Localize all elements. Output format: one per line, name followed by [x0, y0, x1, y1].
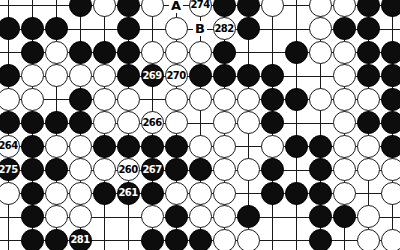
- stone-white[interactable]: [93, 88, 116, 111]
- stone-white[interactable]: [333, 64, 356, 87]
- stone-black[interactable]: [357, 64, 380, 87]
- stone-black[interactable]: [69, 88, 92, 111]
- stone-white[interactable]: [333, 111, 356, 134]
- stone-white[interactable]: [213, 182, 236, 205]
- stone-black[interactable]: [21, 111, 44, 134]
- stone-white[interactable]: [141, 41, 164, 64]
- stone-white[interactable]: [93, 111, 116, 134]
- stone-white[interactable]: [309, 88, 332, 111]
- stone-black[interactable]: [381, 88, 400, 111]
- stone-black[interactable]: [381, 41, 400, 64]
- stone-black[interactable]: [261, 111, 284, 134]
- grid-vertical-line: [296, 0, 297, 250]
- stone-white[interactable]: [237, 111, 260, 134]
- stone-black[interactable]: [117, 135, 140, 158]
- point-label-b[interactable]: B: [193, 21, 207, 36]
- stone-white[interactable]: [357, 158, 380, 181]
- stone-black[interactable]: [309, 229, 332, 250]
- stone-black[interactable]: [165, 135, 188, 158]
- stone-white[interactable]: [45, 182, 68, 205]
- stone-white[interactable]: [69, 158, 92, 181]
- stone-black[interactable]: [45, 229, 68, 250]
- stone-black[interactable]: [117, 0, 140, 17]
- stone-white[interactable]: [45, 135, 68, 158]
- stone-white[interactable]: [261, 135, 284, 158]
- stone-white[interactable]: [333, 158, 356, 181]
- stone-black[interactable]: [285, 41, 308, 64]
- stone-black[interactable]: [213, 41, 236, 64]
- stone-white-260[interactable]: 260: [117, 158, 140, 181]
- stone-white-270[interactable]: 270: [165, 64, 188, 87]
- stone-black[interactable]: [285, 182, 308, 205]
- stone-white[interactable]: [69, 135, 92, 158]
- stone-white[interactable]: [189, 135, 212, 158]
- stone-white[interactable]: [381, 158, 400, 181]
- stone-black[interactable]: [45, 158, 68, 181]
- stone-black-281[interactable]: 281: [69, 229, 92, 250]
- stone-white[interactable]: [93, 0, 116, 17]
- stone-white[interactable]: [357, 205, 380, 228]
- stone-white[interactable]: [0, 182, 20, 205]
- stone-white[interactable]: [333, 182, 356, 205]
- stone-black[interactable]: [165, 229, 188, 250]
- stone-black[interactable]: [69, 0, 92, 17]
- stone-black[interactable]: [93, 135, 116, 158]
- stone-black[interactable]: [333, 205, 356, 228]
- stone-black[interactable]: [21, 135, 44, 158]
- stone-white[interactable]: [261, 0, 284, 17]
- stone-white[interactable]: [45, 64, 68, 87]
- stone-black[interactable]: [141, 229, 164, 250]
- stone-black[interactable]: [45, 111, 68, 134]
- stone-black-269[interactable]: 269: [141, 64, 164, 87]
- stone-white[interactable]: [237, 158, 260, 181]
- stone-white[interactable]: [237, 229, 260, 250]
- stone-white[interactable]: [333, 0, 356, 17]
- stone-white[interactable]: [333, 135, 356, 158]
- stone-white[interactable]: [309, 17, 332, 40]
- stone-white[interactable]: [381, 182, 400, 205]
- stone-white-274[interactable]: 274: [189, 0, 212, 17]
- go-board[interactable]: A274B282269270266264275260267261281: [0, 0, 400, 250]
- stone-black[interactable]: [93, 182, 116, 205]
- stone-white[interactable]: [189, 182, 212, 205]
- stone-black[interactable]: [261, 64, 284, 87]
- stone-white[interactable]: [189, 41, 212, 64]
- stone-black[interactable]: [309, 135, 332, 158]
- stone-black[interactable]: [237, 17, 260, 40]
- stone-white[interactable]: [309, 41, 332, 64]
- stone-white[interactable]: [237, 88, 260, 111]
- stone-white[interactable]: [381, 229, 400, 250]
- stone-white[interactable]: [333, 41, 356, 64]
- stone-white[interactable]: [165, 88, 188, 111]
- stone-black[interactable]: [213, 64, 236, 87]
- stone-black[interactable]: [309, 158, 332, 181]
- stone-black[interactable]: [21, 158, 44, 181]
- stone-white[interactable]: [141, 0, 164, 17]
- stone-black[interactable]: [21, 205, 44, 228]
- stone-black[interactable]: [237, 205, 260, 228]
- stone-black[interactable]: [381, 64, 400, 87]
- stone-white[interactable]: [213, 229, 236, 250]
- stone-white[interactable]: [165, 111, 188, 134]
- stone-black[interactable]: [0, 64, 20, 87]
- stone-black[interactable]: [117, 41, 140, 64]
- stone-white[interactable]: [21, 88, 44, 111]
- stone-white[interactable]: [69, 205, 92, 228]
- stone-white[interactable]: [213, 88, 236, 111]
- stone-black[interactable]: [45, 17, 68, 40]
- stone-black[interactable]: [237, 64, 260, 87]
- stone-black[interactable]: [381, 135, 400, 158]
- stone-black[interactable]: [141, 135, 164, 158]
- stone-white[interactable]: [45, 41, 68, 64]
- stone-black[interactable]: [357, 0, 380, 17]
- stone-black[interactable]: [165, 205, 188, 228]
- stone-white-266[interactable]: 266: [141, 111, 164, 134]
- stone-white[interactable]: [165, 17, 188, 40]
- stone-white[interactable]: [165, 182, 188, 205]
- stone-black[interactable]: [21, 41, 44, 64]
- stone-white[interactable]: [213, 111, 236, 134]
- stone-white-264[interactable]: 264: [0, 135, 20, 158]
- stone-white[interactable]: [213, 158, 236, 181]
- stone-white[interactable]: [165, 41, 188, 64]
- stone-black[interactable]: [117, 64, 140, 87]
- stone-white[interactable]: [189, 88, 212, 111]
- stone-black-261[interactable]: 261: [117, 182, 140, 205]
- stone-black[interactable]: [261, 158, 284, 181]
- stone-black[interactable]: [357, 111, 380, 134]
- stone-white[interactable]: [213, 205, 236, 228]
- point-label-a[interactable]: A: [169, 0, 183, 13]
- stone-black[interactable]: [261, 88, 284, 111]
- stone-black[interactable]: [357, 17, 380, 40]
- stone-black[interactable]: [21, 229, 44, 250]
- stone-black[interactable]: [69, 41, 92, 64]
- stone-black[interactable]: [213, 0, 236, 17]
- stone-white[interactable]: [45, 205, 68, 228]
- stone-white[interactable]: [189, 205, 212, 228]
- stone-black[interactable]: [21, 17, 44, 40]
- stone-white[interactable]: [333, 88, 356, 111]
- stone-black[interactable]: [189, 158, 212, 181]
- stone-white[interactable]: [69, 182, 92, 205]
- stone-white[interactable]: [0, 88, 20, 111]
- stone-black[interactable]: [165, 158, 188, 181]
- stone-white[interactable]: [357, 88, 380, 111]
- stone-black[interactable]: [309, 182, 332, 205]
- stone-white[interactable]: [93, 158, 116, 181]
- stone-black[interactable]: [381, 111, 400, 134]
- stone-black[interactable]: [189, 64, 212, 87]
- stone-black[interactable]: [357, 41, 380, 64]
- stone-white[interactable]: [357, 135, 380, 158]
- stone-white[interactable]: [213, 135, 236, 158]
- stone-white[interactable]: [69, 64, 92, 87]
- stone-white-282[interactable]: 282: [213, 17, 236, 40]
- stone-black[interactable]: [309, 205, 332, 228]
- stone-white[interactable]: [357, 229, 380, 250]
- stone-white[interactable]: [117, 88, 140, 111]
- stone-black[interactable]: [285, 88, 308, 111]
- stone-black[interactable]: [285, 135, 308, 158]
- stone-white[interactable]: [141, 205, 164, 228]
- stone-black[interactable]: [237, 0, 260, 17]
- stone-white[interactable]: [117, 111, 140, 134]
- stone-black-275[interactable]: 275: [0, 158, 20, 181]
- stone-black[interactable]: [117, 17, 140, 40]
- stone-black[interactable]: [141, 182, 164, 205]
- stone-black[interactable]: [261, 182, 284, 205]
- stone-white[interactable]: [21, 64, 44, 87]
- go-kifu-screenshot: A274B282269270266264275260267261281: [0, 0, 400, 250]
- stone-black[interactable]: [0, 17, 20, 40]
- stone-black[interactable]: [93, 41, 116, 64]
- stone-black[interactable]: [189, 229, 212, 250]
- stone-black[interactable]: [21, 182, 44, 205]
- stone-white[interactable]: [93, 64, 116, 87]
- stone-black[interactable]: [69, 111, 92, 134]
- stone-black-267[interactable]: 267: [141, 158, 164, 181]
- stone-white[interactable]: [309, 0, 332, 17]
- stone-black[interactable]: [381, 0, 400, 17]
- stone-black[interactable]: [333, 17, 356, 40]
- stone-black[interactable]: [0, 111, 20, 134]
